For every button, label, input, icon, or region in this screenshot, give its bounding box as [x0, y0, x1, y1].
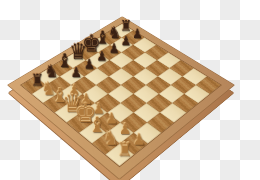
transparent-checker-background: ♜♞♝♛♚♝♞♜♞♟♟♟♟♟♟♝♟♛♟♚♟♝♟♞♟♜♟: [0, 0, 260, 180]
piece-white-rook[interactable]: ♜: [115, 140, 135, 158]
chess-board: ♜♞♝♛♚♝♞♜♞♟♟♟♟♟♟♝♟♛♟♚♟♝♟♞♟♜♟: [7, 16, 235, 180]
board-frame: ♜♞♝♛♚♝♞♜♞♟♟♟♟♟♟♝♟♛♟♚♟♝♟♞♟♜♟: [7, 16, 235, 180]
board-grid: ♜♞♝♛♚♝♞♜♞♟♟♟♟♟♟♝♟♛♟♚♟♝♟♞♟♜♟: [21, 24, 221, 166]
chess-scene: ♜♞♝♛♚♝♞♜♞♟♟♟♟♟♟♝♟♛♟♚♟♝♟♞♟♜♟: [0, 0, 260, 180]
piece-black-pawn[interactable]: ♟: [67, 66, 85, 79]
